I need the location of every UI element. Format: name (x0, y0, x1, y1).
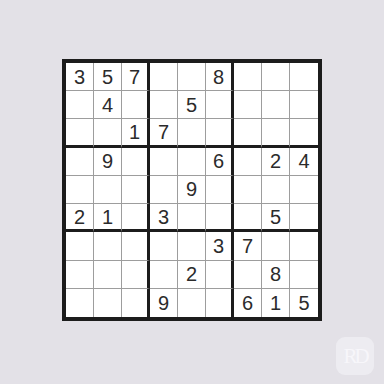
sudoku-cell-r9c1[interactable] (66, 289, 94, 317)
sudoku-cell-r8c5: 2 (178, 261, 206, 289)
sudoku-cell-r9c2[interactable] (94, 289, 122, 317)
sudoku-cell-r2c6[interactable] (206, 91, 234, 119)
sudoku-cell-r2c8[interactable] (262, 91, 290, 119)
sudoku-cell-r7c9[interactable] (290, 232, 318, 260)
sudoku-cell-r1c6: 8 (206, 63, 234, 91)
sudoku-cell-r3c4: 7 (150, 119, 178, 147)
sudoku-cell-r8c6[interactable] (206, 261, 234, 289)
sudoku-cell-r7c4[interactable] (150, 232, 178, 260)
sudoku-cell-r6c8: 5 (262, 204, 290, 232)
sudoku-cell-r9c9: 5 (290, 289, 318, 317)
sudoku-cell-r3c3: 1 (122, 119, 150, 147)
sudoku-cell-r5c4[interactable] (150, 176, 178, 204)
sudoku-cell-r7c7: 7 (234, 232, 262, 260)
sudoku-cell-r1c7[interactable] (234, 63, 262, 91)
sudoku-cell-r3c8[interactable] (262, 119, 290, 147)
sudoku-cell-r5c9[interactable] (290, 176, 318, 204)
sudoku-cell-r7c6: 3 (206, 232, 234, 260)
sudoku-cell-r4c4[interactable] (150, 148, 178, 176)
sudoku-cell-r6c7[interactable] (234, 204, 262, 232)
rd-watermark-badge: RD (336, 337, 374, 375)
sudoku-cell-r2c2: 4 (94, 91, 122, 119)
sudoku-cell-r2c9[interactable] (290, 91, 318, 119)
sudoku-cell-r4c8: 2 (262, 148, 290, 176)
sudoku-cell-r9c8: 1 (262, 289, 290, 317)
sudoku-cell-r9c6[interactable] (206, 289, 234, 317)
sudoku-cell-r8c4[interactable] (150, 261, 178, 289)
sudoku-cell-r5c1[interactable] (66, 176, 94, 204)
sudoku-cell-r5c2[interactable] (94, 176, 122, 204)
sudoku-cell-r6c1: 2 (66, 204, 94, 232)
sudoku-cell-r7c5[interactable] (178, 232, 206, 260)
sudoku-cell-r7c3[interactable] (122, 232, 150, 260)
sudoku-cell-r1c1: 3 (66, 63, 94, 91)
sudoku-cell-r4c6: 6 (206, 148, 234, 176)
sudoku-cell-r6c5[interactable] (178, 204, 206, 232)
sudoku-cell-r4c2: 9 (94, 148, 122, 176)
sudoku-cell-r3c5[interactable] (178, 119, 206, 147)
sudoku-cell-r4c3[interactable] (122, 148, 150, 176)
sudoku-cell-r4c1[interactable] (66, 148, 94, 176)
sudoku-cell-r2c3[interactable] (122, 91, 150, 119)
sudoku-cell-r5c6[interactable] (206, 176, 234, 204)
sudoku-cell-r5c5: 9 (178, 176, 206, 204)
sudoku-cell-r8c7[interactable] (234, 261, 262, 289)
sudoku-cell-r8c8: 8 (262, 261, 290, 289)
sudoku-cell-r3c6[interactable] (206, 119, 234, 147)
sudoku-cell-r1c2: 5 (94, 63, 122, 91)
sudoku-cell-r1c8[interactable] (262, 63, 290, 91)
sudoku-cell-r3c1[interactable] (66, 119, 94, 147)
sudoku-cell-r1c9[interactable] (290, 63, 318, 91)
rd-watermark-text: RD (343, 344, 366, 369)
sudoku-cell-r6c9[interactable] (290, 204, 318, 232)
sudoku-cell-r9c5[interactable] (178, 289, 206, 317)
sudoku-cell-r2c4[interactable] (150, 91, 178, 119)
sudoku-cell-r7c1[interactable] (66, 232, 94, 260)
sudoku-cell-r3c7[interactable] (234, 119, 262, 147)
sudoku-cell-r2c5: 5 (178, 91, 206, 119)
sudoku-cell-r6c3[interactable] (122, 204, 150, 232)
sudoku-cell-r9c7: 6 (234, 289, 262, 317)
sudoku-cell-r1c3: 7 (122, 63, 150, 91)
sudoku-cell-r6c6[interactable] (206, 204, 234, 232)
sudoku-cell-r4c5[interactable] (178, 148, 206, 176)
sudoku-cell-r1c4[interactable] (150, 63, 178, 91)
sudoku-cell-r8c9[interactable] (290, 261, 318, 289)
sudoku-cell-r2c1[interactable] (66, 91, 94, 119)
sudoku-cell-r8c1[interactable] (66, 261, 94, 289)
sudoku-cell-r6c4: 3 (150, 204, 178, 232)
sudoku-cell-r5c7[interactable] (234, 176, 262, 204)
sudoku-cell-r4c9: 4 (290, 148, 318, 176)
sudoku-cell-r6c2: 1 (94, 204, 122, 232)
sudoku-cell-r5c8[interactable] (262, 176, 290, 204)
sudoku-cell-r9c4: 9 (150, 289, 178, 317)
sudoku-cell-r3c2[interactable] (94, 119, 122, 147)
sudoku-cell-r4c7[interactable] (234, 148, 262, 176)
sudoku-cell-r8c3[interactable] (122, 261, 150, 289)
sudoku-board: 3578451796249213537289615 (62, 59, 322, 321)
sudoku-cell-r8c2[interactable] (94, 261, 122, 289)
sudoku-cell-r1c5[interactable] (178, 63, 206, 91)
sudoku-cell-r5c3[interactable] (122, 176, 150, 204)
sudoku-cell-r7c2[interactable] (94, 232, 122, 260)
sudoku-cell-r7c8[interactable] (262, 232, 290, 260)
sudoku-cell-r3c9[interactable] (290, 119, 318, 147)
sudoku-cell-r9c3[interactable] (122, 289, 150, 317)
sudoku-cell-r2c7[interactable] (234, 91, 262, 119)
